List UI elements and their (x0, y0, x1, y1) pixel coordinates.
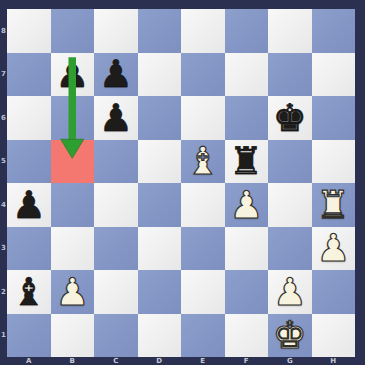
rank-label-4: 4 (0, 183, 7, 227)
piece-black-pawn-b7[interactable]: ♟ (51, 53, 95, 97)
square-h7[interactable] (312, 53, 356, 97)
square-b1[interactable] (51, 314, 95, 358)
square-c1[interactable] (94, 314, 138, 358)
square-f4[interactable]: ♟ (225, 183, 269, 227)
piece-black-bishop-a2[interactable]: ♝ (7, 270, 51, 314)
square-g6[interactable]: ♚ (268, 96, 312, 140)
square-d3[interactable] (138, 227, 182, 271)
square-e2[interactable] (181, 270, 225, 314)
piece-white-bishop-e5[interactable]: ♝ (181, 140, 225, 184)
square-f6[interactable] (225, 96, 269, 140)
square-c2[interactable] (94, 270, 138, 314)
square-e8[interactable] (181, 9, 225, 53)
square-f2[interactable] (225, 270, 269, 314)
square-c6[interactable]: ♟ (94, 96, 138, 140)
square-e6[interactable] (181, 96, 225, 140)
square-f1[interactable] (225, 314, 269, 358)
piece-white-rook-h4[interactable]: ♜ (312, 183, 356, 227)
square-a2[interactable]: ♝ (7, 270, 51, 314)
file-label-h: H (312, 356, 356, 365)
square-g8[interactable] (268, 9, 312, 53)
square-a8[interactable] (7, 9, 51, 53)
piece-white-pawn-g2[interactable]: ♟ (268, 270, 312, 314)
square-a4[interactable]: ♟ (7, 183, 51, 227)
square-g7[interactable] (268, 53, 312, 97)
square-b2[interactable]: ♟ (51, 270, 95, 314)
square-a7[interactable] (7, 53, 51, 97)
rank-label-5: 5 (0, 140, 7, 184)
square-h4[interactable]: ♜ (312, 183, 356, 227)
square-d8[interactable] (138, 9, 182, 53)
square-e3[interactable] (181, 227, 225, 271)
square-a6[interactable] (7, 96, 51, 140)
file-label-g: G (268, 356, 312, 365)
square-c4[interactable] (94, 183, 138, 227)
square-d1[interactable] (138, 314, 182, 358)
chess-board: ♟♟♟♚♝♜♟♟♜♟♝♟♟♚ (7, 9, 355, 357)
square-h5[interactable] (312, 140, 356, 184)
piece-black-pawn-a4[interactable]: ♟ (7, 183, 51, 227)
square-g1[interactable]: ♚ (268, 314, 312, 358)
square-c3[interactable] (94, 227, 138, 271)
square-a1[interactable] (7, 314, 51, 358)
square-h1[interactable] (312, 314, 356, 358)
square-b3[interactable] (51, 227, 95, 271)
file-label-a: A (7, 356, 51, 365)
rank-label-2: 2 (0, 270, 7, 314)
rank-labels: 87654321 (0, 9, 7, 357)
rank-label-8: 8 (0, 9, 7, 53)
square-g4[interactable] (268, 183, 312, 227)
square-b5[interactable] (51, 140, 95, 184)
file-labels: ABCDEFGH (7, 356, 355, 365)
file-label-b: B (51, 356, 95, 365)
square-e1[interactable] (181, 314, 225, 358)
rank-label-6: 6 (0, 96, 7, 140)
piece-black-king-g6[interactable]: ♚ (268, 96, 312, 140)
square-a5[interactable] (7, 140, 51, 184)
square-f8[interactable] (225, 9, 269, 53)
square-b4[interactable] (51, 183, 95, 227)
square-e4[interactable] (181, 183, 225, 227)
file-label-e: E (181, 356, 225, 365)
piece-white-king-g1[interactable]: ♚ (268, 314, 312, 358)
file-label-c: C (94, 356, 138, 365)
square-d4[interactable] (138, 183, 182, 227)
square-f3[interactable] (225, 227, 269, 271)
square-b6[interactable] (51, 96, 95, 140)
rank-label-1: 1 (0, 314, 7, 358)
square-h6[interactable] (312, 96, 356, 140)
piece-black-rook-f5[interactable]: ♜ (225, 140, 269, 184)
square-c5[interactable] (94, 140, 138, 184)
square-g2[interactable]: ♟ (268, 270, 312, 314)
piece-white-pawn-h3[interactable]: ♟ (312, 227, 356, 271)
square-a3[interactable] (7, 227, 51, 271)
file-label-d: D (138, 356, 182, 365)
rank-label-7: 7 (0, 53, 7, 97)
square-d7[interactable] (138, 53, 182, 97)
square-c8[interactable] (94, 9, 138, 53)
square-b7[interactable]: ♟ (51, 53, 95, 97)
square-e5[interactable]: ♝ (181, 140, 225, 184)
square-f5[interactable]: ♜ (225, 140, 269, 184)
square-d2[interactable] (138, 270, 182, 314)
file-label-f: F (225, 356, 269, 365)
square-g5[interactable] (268, 140, 312, 184)
square-d6[interactable] (138, 96, 182, 140)
square-b8[interactable] (51, 9, 95, 53)
piece-black-pawn-c6[interactable]: ♟ (94, 96, 138, 140)
chess-board-screenshot: 87654321 ♟♟♟♚♝♜♟♟♜♟♝♟♟♚ ABCDEFGH (0, 0, 365, 365)
square-h3[interactable]: ♟ (312, 227, 356, 271)
piece-black-pawn-c7[interactable]: ♟ (94, 53, 138, 97)
square-d5[interactable] (138, 140, 182, 184)
square-c7[interactable]: ♟ (94, 53, 138, 97)
square-f7[interactable] (225, 53, 269, 97)
square-h8[interactable] (312, 9, 356, 53)
square-g3[interactable] (268, 227, 312, 271)
rank-label-3: 3 (0, 227, 7, 271)
square-h2[interactable] (312, 270, 356, 314)
square-e7[interactable] (181, 53, 225, 97)
piece-white-pawn-f4[interactable]: ♟ (225, 183, 269, 227)
piece-white-pawn-b2[interactable]: ♟ (51, 270, 95, 314)
